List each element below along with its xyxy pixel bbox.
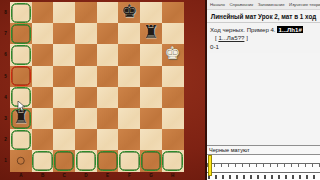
file-label-F: F (128, 173, 131, 178)
file-label-C: C (63, 173, 66, 178)
square-b8[interactable] (32, 2, 54, 23)
square-c5[interactable] (53, 66, 75, 87)
square-h4[interactable] (162, 87, 184, 108)
highlight-green (97, 151, 118, 171)
file-label-H: H (171, 173, 174, 178)
square-g6[interactable] (140, 44, 162, 65)
square-d8[interactable] (75, 2, 97, 23)
variation-bracket-close: ] (246, 34, 248, 41)
file-label-G: G (149, 173, 153, 178)
square-c7[interactable] (53, 23, 75, 44)
square-g8[interactable] (140, 2, 162, 23)
highlight-green (54, 151, 75, 171)
square-h3[interactable] (162, 108, 184, 129)
square-c8[interactable] (53, 2, 75, 23)
menu-item-3[interactable]: Изучение теории (289, 2, 320, 7)
square-g1[interactable] (140, 150, 162, 171)
lesson-title: Линейный мат Урок 2, мат в 1 ход (207, 10, 320, 23)
square-g5[interactable] (140, 66, 162, 87)
square-d1[interactable] (75, 150, 97, 171)
square-c3[interactable] (53, 108, 75, 129)
square-a6[interactable] (10, 44, 32, 65)
square-f5[interactable] (118, 66, 140, 87)
app-window: ♚♜♚♜ 87654321ABCDEFGH НачалоСправочникЗа… (0, 0, 320, 180)
square-h5[interactable] (162, 66, 184, 87)
highlight-green (162, 151, 183, 171)
square-a1[interactable] (10, 150, 32, 171)
square-h7[interactable] (162, 23, 184, 44)
highlight-green (32, 151, 53, 171)
square-b5[interactable] (32, 66, 54, 87)
square-b3[interactable] (32, 108, 54, 129)
black-rook[interactable]: ♜ (143, 24, 159, 42)
menu-bar: НачалоСправочникЗапоминаниеИзучение теор… (207, 0, 320, 10)
square-h2[interactable] (162, 129, 184, 150)
rank-label-5: 5 (3, 74, 9, 79)
square-e4[interactable] (97, 87, 119, 108)
square-b2[interactable] (32, 129, 54, 150)
highlight-green (76, 151, 97, 171)
square-f3[interactable] (118, 108, 140, 129)
square-b4[interactable] (32, 87, 54, 108)
square-d5[interactable] (75, 66, 97, 87)
white-king[interactable]: ♚ (165, 45, 181, 63)
file-label-A: A (19, 173, 22, 178)
game-result: 0-1 (210, 43, 317, 52)
stats-header: Черные матуют (207, 145, 320, 156)
rank-label-7: 7 (3, 31, 9, 36)
right-panel: НачалоСправочникЗапоминаниеИзучение теор… (205, 0, 320, 180)
square-f7[interactable] (118, 23, 140, 44)
rank-label-2: 2 (3, 137, 9, 142)
rank-label-4: 4 (3, 95, 9, 100)
highlight-red (11, 66, 32, 86)
menu-item-1[interactable]: Справочник (229, 2, 253, 7)
square-g2[interactable] (140, 129, 162, 150)
square-b7[interactable] (32, 23, 54, 44)
square-e5[interactable] (97, 66, 119, 87)
square-e7[interactable] (97, 23, 119, 44)
square-f8[interactable]: ♚ (118, 2, 140, 23)
file-label-E: E (106, 173, 109, 178)
square-h8[interactable] (162, 2, 184, 23)
file-label-B: B (41, 173, 44, 178)
square-d6[interactable] (75, 44, 97, 65)
square-c6[interactable] (53, 44, 75, 65)
square-e2[interactable] (97, 129, 119, 150)
square-a5[interactable] (10, 66, 32, 87)
square-c4[interactable] (53, 87, 75, 108)
menu-item-0[interactable]: Начало (210, 2, 225, 7)
square-d4[interactable] (75, 87, 97, 108)
square-b1[interactable] (32, 150, 54, 171)
square-f1[interactable] (118, 150, 140, 171)
square-c1[interactable] (53, 150, 75, 171)
square-f6[interactable] (118, 44, 140, 65)
square-e8[interactable] (97, 2, 119, 23)
notation-empty-area[interactable] (207, 53, 320, 145)
square-f2[interactable] (118, 129, 140, 150)
rank-label-6: 6 (3, 52, 9, 57)
square-d2[interactable] (75, 129, 97, 150)
rank-label-8: 8 (3, 10, 9, 15)
cursor-icon (17, 101, 26, 112)
square-a7[interactable] (10, 23, 32, 44)
variation-bracket-open: [ (215, 34, 217, 41)
chart-ticks (207, 164, 320, 167)
highlight-green (11, 3, 32, 23)
square-a8[interactable] (10, 2, 32, 23)
file-label-D: D (84, 173, 87, 178)
move-prompt: Ход черных. Пример 4. (210, 26, 276, 33)
variation-move-link[interactable]: 1...Лa5?? (218, 34, 244, 41)
moves-area: Ход черных. Пример 4.1...Лh1# [ 1...Лa5?… (207, 23, 320, 53)
square-e1[interactable] (97, 150, 119, 171)
chart-bar (208, 155, 213, 176)
highlight-green (11, 45, 32, 65)
square-g3[interactable] (140, 108, 162, 129)
square-e3[interactable] (97, 108, 119, 129)
square-e6[interactable] (97, 44, 119, 65)
black-king[interactable]: ♚ (121, 3, 137, 21)
menu-item-2[interactable]: Запоминание (258, 2, 285, 7)
rank-label-3: 3 (3, 116, 9, 121)
square-g7[interactable]: ♜ (140, 23, 162, 44)
highlight-green (11, 24, 32, 44)
highlight-green (141, 151, 162, 171)
chart-axis-labels (208, 175, 320, 179)
current-move[interactable]: 1...Лh1# (277, 26, 303, 33)
board: ♚♜♚♜ (10, 2, 184, 172)
square-h1[interactable] (162, 150, 184, 171)
square-c2[interactable] (53, 129, 75, 150)
square-g4[interactable] (140, 87, 162, 108)
variation-line: [ 1...Лa5?? ] (215, 34, 317, 43)
square-a2[interactable] (10, 129, 32, 150)
square-d3[interactable] (75, 108, 97, 129)
square-d7[interactable] (75, 23, 97, 44)
highlight-green (119, 151, 140, 171)
rank-label-1: 1 (3, 158, 9, 163)
square-f4[interactable] (118, 87, 140, 108)
stats-chart (207, 155, 320, 180)
origin-circle-marker (17, 157, 26, 166)
chart-axis-bottom (207, 172, 320, 173)
square-h6[interactable]: ♚ (162, 44, 184, 65)
highlight-green (11, 130, 32, 150)
square-b6[interactable] (32, 44, 54, 65)
